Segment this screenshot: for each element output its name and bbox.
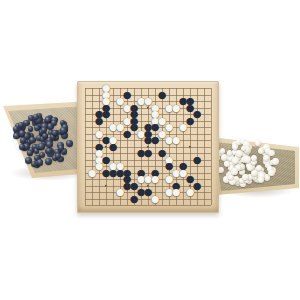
black-stone: ● — [102, 110, 110, 118]
grid-line-horizontal — [85, 205, 211, 206]
tray-white-stone — [258, 177, 264, 183]
white-stone: ● — [179, 123, 187, 131]
tray-black-stone — [42, 133, 48, 139]
tray-white-stone — [247, 165, 253, 171]
white-stone-pile — [205, 130, 300, 205]
white-stone: ● — [172, 188, 180, 196]
grid-line-vertical — [211, 88, 212, 205]
tray-white-stone — [272, 158, 279, 165]
tray-white-stone — [251, 155, 257, 161]
tray-white-stone — [224, 161, 230, 167]
tray-black-stone — [58, 145, 64, 151]
black-stone: ● — [144, 149, 152, 157]
white-stone: ● — [116, 188, 124, 196]
tray-black-stone — [38, 143, 45, 150]
tray-white-stone — [232, 157, 239, 164]
tray-white-stone — [268, 170, 275, 177]
white-stone-tray — [205, 130, 300, 205]
black-stone: ● — [158, 91, 166, 99]
tray-white-stone — [268, 150, 275, 157]
white-stone: ● — [151, 175, 159, 183]
tray-white-stone — [227, 150, 233, 156]
black-stone: ● — [193, 110, 201, 118]
tray-black-stone — [51, 120, 57, 126]
tray-white-stone — [255, 140, 261, 146]
tray-black-stone — [60, 127, 67, 134]
tray-black-stone — [19, 130, 26, 137]
go-board-grid: ●●●●●●●●●●●●●●●●●●●●●●●●●●●●●●●●●●●●●●●●… — [85, 88, 211, 205]
black-stone: ● — [193, 182, 201, 190]
tray-black-stone — [46, 148, 52, 154]
white-stone: ● — [88, 169, 96, 177]
black-stone: ● — [95, 117, 103, 125]
black-stone: ● — [151, 136, 159, 144]
tray-black-stone — [27, 150, 33, 156]
black-stone: ● — [130, 195, 138, 203]
tray-white-stone — [232, 144, 238, 150]
white-stone: ● — [172, 136, 180, 144]
tray-black-stone — [46, 141, 53, 148]
black-stone: ● — [109, 143, 117, 151]
tray-black-stone — [45, 117, 51, 123]
tray-white-stone — [251, 170, 257, 176]
tray-black-stone — [25, 157, 32, 164]
tray-white-stone — [231, 168, 237, 174]
tray-black-stone — [20, 137, 27, 144]
black-stone: ● — [193, 156, 201, 164]
tray-white-stone — [244, 156, 250, 162]
black-stone: ● — [123, 130, 131, 138]
white-stone: ● — [151, 195, 159, 203]
tray-black-stone — [29, 137, 35, 143]
tray-white-stone — [242, 174, 248, 180]
tray-white-stone — [220, 148, 226, 154]
white-stone: ● — [186, 188, 194, 196]
go-board: ●●●●●●●●●●●●●●●●●●●●●●●●●●●●●●●●●●●●●●●●… — [77, 81, 219, 213]
grid-line-horizontal — [85, 199, 211, 200]
go-set-product-photo: ●●●●●●●●●●●●●●●●●●●●●●●●●●●●●●●●●●●●●●●●… — [0, 0, 300, 300]
white-stone: ● — [165, 123, 173, 131]
tray-black-stone — [45, 158, 52, 165]
tray-white-stone — [236, 150, 243, 157]
tray-black-stone — [37, 159, 44, 166]
black-stone: ● — [123, 91, 131, 99]
grid-line-vertical — [204, 88, 205, 205]
white-stone: ● — [172, 104, 180, 112]
tray-black-stone — [66, 140, 73, 147]
black-stone: ● — [186, 117, 194, 125]
